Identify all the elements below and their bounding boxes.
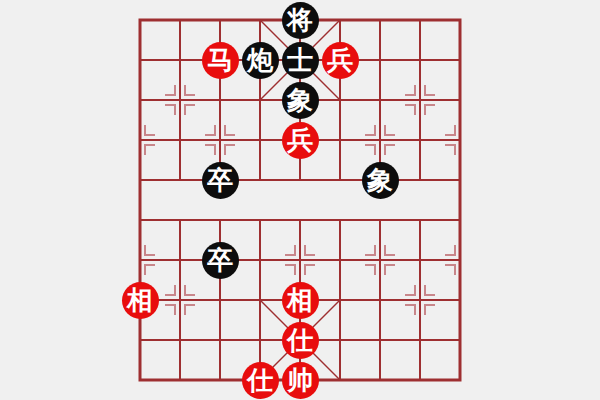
piece-black-advisor[interactable]: 士	[282, 42, 319, 79]
piece-red-soldier[interactable]: 兵	[282, 122, 319, 159]
xiangqi-screenshot: 将马炮士兵象兵卒象卒相相仕仕帅	[0, 0, 600, 400]
piece-red-elephant[interactable]: 相	[282, 282, 319, 319]
piece-black-cannon[interactable]: 炮	[242, 42, 279, 79]
piece-red-advisor[interactable]: 仕	[242, 362, 279, 399]
piece-red-general[interactable]: 帅	[282, 362, 319, 399]
piece-red-advisor[interactable]: 仕	[282, 322, 319, 359]
piece-red-horse[interactable]: 马	[202, 42, 239, 79]
piece-red-soldier[interactable]: 兵	[322, 42, 359, 79]
piece-black-soldier[interactable]: 卒	[202, 162, 239, 199]
piece-black-elephant[interactable]: 象	[282, 82, 319, 119]
piece-black-general[interactable]: 将	[282, 2, 319, 39]
piece-red-elephant[interactable]: 相	[122, 282, 159, 319]
piece-black-elephant[interactable]: 象	[362, 162, 399, 199]
piece-black-soldier[interactable]: 卒	[202, 242, 239, 279]
xiangqi-board: 将马炮士兵象兵卒象卒相相仕仕帅	[120, 0, 480, 400]
piece-grid: 将马炮士兵象兵卒象卒相相仕仕帅	[120, 0, 480, 400]
